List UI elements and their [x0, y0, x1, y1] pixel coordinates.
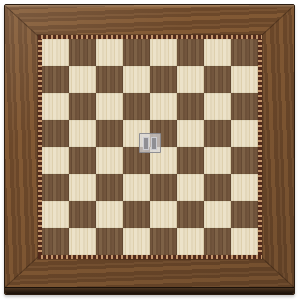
square-f3[interactable] [177, 174, 204, 201]
square-b3[interactable] [69, 174, 96, 201]
square-a4[interactable] [42, 147, 69, 174]
square-a6[interactable] [42, 93, 69, 120]
square-g1[interactable] [204, 228, 231, 255]
inlay-border-bottom [38, 255, 262, 259]
square-d7[interactable] [123, 66, 150, 93]
maker-watermark [139, 133, 161, 153]
square-c8[interactable] [96, 39, 123, 66]
square-d2[interactable] [123, 201, 150, 228]
square-c3[interactable] [96, 174, 123, 201]
watermark-bar-right [151, 137, 157, 150]
square-e3[interactable] [150, 174, 177, 201]
square-h7[interactable] [231, 66, 258, 93]
square-a7[interactable] [42, 66, 69, 93]
square-g8[interactable] [204, 39, 231, 66]
square-h2[interactable] [231, 201, 258, 228]
square-g5[interactable] [204, 120, 231, 147]
square-f2[interactable] [177, 201, 204, 228]
square-c5[interactable] [96, 120, 123, 147]
square-g3[interactable] [204, 174, 231, 201]
square-b2[interactable] [69, 201, 96, 228]
chessboard [4, 4, 295, 295]
square-e6[interactable] [150, 93, 177, 120]
square-b1[interactable] [69, 228, 96, 255]
square-h5[interactable] [231, 120, 258, 147]
inlay-border-right [258, 39, 262, 255]
square-b4[interactable] [69, 147, 96, 174]
board-edge-thickness [5, 287, 294, 294]
square-d1[interactable] [123, 228, 150, 255]
square-g2[interactable] [204, 201, 231, 228]
square-c2[interactable] [96, 201, 123, 228]
square-c7[interactable] [96, 66, 123, 93]
square-a8[interactable] [42, 39, 69, 66]
square-d8[interactable] [123, 39, 150, 66]
square-b8[interactable] [69, 39, 96, 66]
square-f5[interactable] [177, 120, 204, 147]
inlay-border [38, 35, 262, 259]
square-a5[interactable] [42, 120, 69, 147]
product-photo-background [0, 0, 299, 300]
square-g6[interactable] [204, 93, 231, 120]
frame-bottom [5, 254, 294, 288]
square-b7[interactable] [69, 66, 96, 93]
frame-left [5, 5, 42, 288]
square-b5[interactable] [69, 120, 96, 147]
square-c6[interactable] [96, 93, 123, 120]
square-h8[interactable] [231, 39, 258, 66]
square-d3[interactable] [123, 174, 150, 201]
square-b6[interactable] [69, 93, 96, 120]
square-d6[interactable] [123, 93, 150, 120]
square-h4[interactable] [231, 147, 258, 174]
square-a2[interactable] [42, 201, 69, 228]
square-c4[interactable] [96, 147, 123, 174]
square-h3[interactable] [231, 174, 258, 201]
watermark-bar-left [143, 137, 149, 150]
square-f8[interactable] [177, 39, 204, 66]
square-h6[interactable] [231, 93, 258, 120]
square-f4[interactable] [177, 147, 204, 174]
square-f1[interactable] [177, 228, 204, 255]
square-a1[interactable] [42, 228, 69, 255]
square-e8[interactable] [150, 39, 177, 66]
square-g4[interactable] [204, 147, 231, 174]
frame-top [5, 5, 294, 39]
square-f6[interactable] [177, 93, 204, 120]
square-a3[interactable] [42, 174, 69, 201]
square-g7[interactable] [204, 66, 231, 93]
square-c1[interactable] [96, 228, 123, 255]
square-e2[interactable] [150, 201, 177, 228]
square-e7[interactable] [150, 66, 177, 93]
square-h1[interactable] [231, 228, 258, 255]
square-e1[interactable] [150, 228, 177, 255]
frame-right [257, 5, 294, 288]
square-f7[interactable] [177, 66, 204, 93]
